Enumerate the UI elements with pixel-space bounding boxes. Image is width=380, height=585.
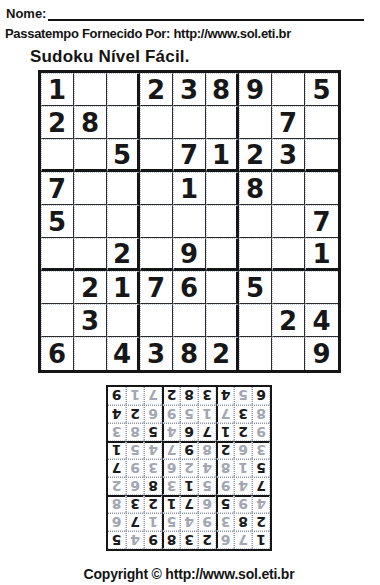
puzzle-cell: 8 [239, 172, 272, 205]
solution-cell: 6 [180, 423, 198, 441]
name-label: Nome: [6, 6, 46, 21]
puzzle-cell [239, 106, 272, 139]
puzzle-cell: 2 [272, 304, 305, 337]
solution-cell: 7 [216, 405, 234, 423]
puzzle-cell [305, 139, 338, 172]
puzzle-cell [272, 271, 305, 304]
puzzle-cell [305, 271, 338, 304]
solution-cell: 9 [216, 477, 234, 495]
puzzle-cell [41, 271, 74, 304]
solution-cell: 2 [216, 441, 234, 459]
puzzle-cell [41, 304, 74, 337]
solution-cell: 5 [198, 477, 216, 495]
puzzle-cell [305, 172, 338, 205]
solution-cell: 4 [198, 459, 216, 477]
solution-cell: 3 [234, 405, 252, 423]
puzzle-cell: 3 [173, 73, 206, 106]
solution-cell: 8 [162, 531, 180, 549]
solution-cell: 6 [234, 441, 252, 459]
solution-cell: 7 [252, 477, 270, 495]
solution-cell: 5 [144, 423, 162, 441]
solution-cell: 6 [108, 513, 126, 531]
solution-cell: 9 [126, 459, 144, 477]
solution-cell: 1 [162, 495, 180, 513]
puzzle-cell: 3 [74, 304, 107, 337]
solution-cell: 9 [180, 441, 198, 459]
copyright-text: Copyright © http://www.sol.eti.br [4, 566, 374, 582]
solution-cell: 8 [252, 405, 270, 423]
name-row: Nome: [6, 6, 364, 21]
puzzle-cell: 1 [305, 238, 338, 271]
sudoku-sheet: Nome: Passatempo Fornecido Por: http://w… [0, 0, 380, 582]
puzzle-cell [107, 73, 140, 106]
puzzle-cell: 7 [41, 172, 74, 205]
puzzle-cell: 3 [272, 139, 305, 172]
puzzle-grid: 123895287571237185729121765324643829 [38, 70, 341, 373]
puzzle-cell [173, 205, 206, 238]
puzzle-cell: 2 [140, 73, 173, 106]
solution-cell: 7 [234, 531, 252, 549]
puzzle-cell [173, 106, 206, 139]
solution-cell: 7 [144, 387, 162, 405]
solution-cell: 3 [252, 441, 270, 459]
solution-cell: 7 [198, 423, 216, 441]
solution-cell: 4 [144, 441, 162, 459]
solution-cell: 7 [180, 495, 198, 513]
puzzle-cell: 7 [272, 106, 305, 139]
solution-cell: 5 [252, 459, 270, 477]
puzzle-cell [140, 205, 173, 238]
solution-cell: 6 [198, 495, 216, 513]
solution-cell: 1 [234, 459, 252, 477]
solution-cell: 8 [180, 387, 198, 405]
puzzle-cell [305, 106, 338, 139]
solution-cell: 5 [126, 441, 144, 459]
puzzle-cell: 9 [305, 337, 338, 370]
puzzle-cell [41, 139, 74, 172]
solution-cell: 4 [234, 477, 252, 495]
solution-grid-rotated: 1762389452839451764956712387495138625184… [106, 385, 272, 551]
puzzle-cell: 9 [239, 73, 272, 106]
solution-cell: 9 [108, 387, 126, 405]
solution-cell: 1 [108, 441, 126, 459]
puzzle-cell: 8 [74, 106, 107, 139]
puzzle-cell [239, 337, 272, 370]
solution-cell: 9 [198, 513, 216, 531]
solution-cell: 4 [180, 513, 198, 531]
solution-cell: 2 [144, 495, 162, 513]
puzzle-cell [41, 238, 74, 271]
solution-cell: 3 [198, 387, 216, 405]
solution-cell: 2 [252, 513, 270, 531]
solution-cell: 5 [234, 387, 252, 405]
puzzle-cell [140, 106, 173, 139]
puzzle-cell [107, 106, 140, 139]
puzzle-cell: 1 [41, 73, 74, 106]
puzzle-cell: 8 [206, 73, 239, 106]
puzzle-cell: 1 [173, 172, 206, 205]
solution-cell: 3 [180, 531, 198, 549]
puzzle-cell: 1 [107, 271, 140, 304]
solution-cell: 7 [126, 513, 144, 531]
solution-cell: 3 [108, 423, 126, 441]
solution-cell: 4 [126, 531, 144, 549]
solution-cell: 2 [234, 423, 252, 441]
puzzle-cell: 7 [305, 205, 338, 238]
puzzle-cell: 5 [41, 205, 74, 238]
solution-cell: 8 [144, 477, 162, 495]
puzzle-cell: 3 [140, 337, 173, 370]
solution-cell: 8 [126, 423, 144, 441]
solution-cell: 3 [216, 513, 234, 531]
puzzle-cell: 4 [107, 337, 140, 370]
solution-cell: 9 [252, 423, 270, 441]
solution-cell: 6 [162, 459, 180, 477]
solution-cell: 4 [162, 423, 180, 441]
puzzle-cell [74, 172, 107, 205]
puzzle-cell [206, 205, 239, 238]
solution-cell: 4 [108, 405, 126, 423]
puzzle-cell: 8 [173, 337, 206, 370]
puzzle-cell: 7 [173, 139, 206, 172]
puzzle-cell [140, 172, 173, 205]
puzzle-cell [239, 238, 272, 271]
puzzle-cell [74, 73, 107, 106]
puzzle-cell [272, 337, 305, 370]
puzzle-cell [140, 139, 173, 172]
puzzle-cell [239, 205, 272, 238]
solution-cell: 9 [234, 495, 252, 513]
puzzle-cell: 1 [206, 139, 239, 172]
solution-cell: 8 [108, 495, 126, 513]
solution-cell: 7 [108, 459, 126, 477]
name-underline [48, 7, 364, 21]
puzzle-cell: 2 [74, 271, 107, 304]
puzzle-cell [74, 139, 107, 172]
solution-cell: 1 [180, 477, 198, 495]
puzzle-cell: 2 [239, 139, 272, 172]
solution-cell: 3 [126, 495, 144, 513]
puzzle-cell [206, 106, 239, 139]
solution-cell: 6 [216, 531, 234, 549]
solution-cell: 2 [162, 387, 180, 405]
puzzle-cell [272, 205, 305, 238]
solution-cell: 2 [198, 531, 216, 549]
puzzle-cell: 2 [206, 337, 239, 370]
solution-cell: 1 [126, 387, 144, 405]
solution-cell: 9 [162, 405, 180, 423]
solution-cell: 1 [144, 513, 162, 531]
puzzle-cell [206, 172, 239, 205]
puzzle-cell [272, 238, 305, 271]
solution-cell: 3 [162, 477, 180, 495]
puzzle-cell [74, 337, 107, 370]
puzzle-cell [206, 238, 239, 271]
puzzle-cell [173, 304, 206, 337]
puzzle-cell [272, 73, 305, 106]
solution-cell: 6 [252, 387, 270, 405]
puzzle-cell: 4 [305, 304, 338, 337]
puzzle-cell [107, 205, 140, 238]
solution-cell: 5 [162, 513, 180, 531]
solution-cell: 5 [108, 531, 126, 549]
puzzle-cell [107, 172, 140, 205]
puzzle-cell [272, 172, 305, 205]
solution-cell: 8 [234, 513, 252, 531]
solution-cell: 6 [144, 405, 162, 423]
solution-cell: 9 [144, 531, 162, 549]
puzzle-cell: 9 [173, 238, 206, 271]
provided-by-text: Passatempo Fornecido Por: http://www.sol… [5, 26, 374, 41]
solution-cell: 2 [126, 405, 144, 423]
solution-cell: 6 [126, 477, 144, 495]
solution-cell: 1 [252, 531, 270, 549]
puzzle-cell [74, 238, 107, 271]
puzzle-cell: 6 [41, 337, 74, 370]
solution-cell: 8 [216, 459, 234, 477]
page-title: Sudoku Nível Fácil. [30, 47, 374, 67]
puzzle-cell: 5 [305, 73, 338, 106]
puzzle-cell: 5 [107, 139, 140, 172]
solution-cell: 2 [180, 459, 198, 477]
solution-cell: 4 [252, 495, 270, 513]
solution-cell: 1 [198, 405, 216, 423]
puzzle-cell [74, 205, 107, 238]
puzzle-cell: 2 [107, 238, 140, 271]
puzzle-cell: 2 [41, 106, 74, 139]
puzzle-cell [206, 304, 239, 337]
puzzle-cell [107, 304, 140, 337]
solution-cell: 3 [144, 459, 162, 477]
puzzle-cell: 7 [140, 271, 173, 304]
puzzle-cell: 5 [239, 271, 272, 304]
puzzle-cell [140, 304, 173, 337]
solution-cell: 5 [216, 495, 234, 513]
solution-cell: 2 [108, 477, 126, 495]
puzzle-cell [206, 271, 239, 304]
solution-cell: 5 [180, 405, 198, 423]
solution-cell: 7 [162, 441, 180, 459]
solution-cell: 4 [216, 387, 234, 405]
solution-cell: 8 [198, 441, 216, 459]
solution-cell: 1 [216, 423, 234, 441]
puzzle-cell [140, 238, 173, 271]
puzzle-cell [239, 304, 272, 337]
puzzle-cell: 6 [173, 271, 206, 304]
